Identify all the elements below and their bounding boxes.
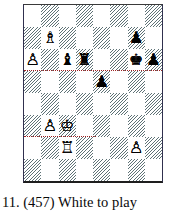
- square-d6: ♜: [76, 49, 93, 71]
- scan-artifact-red-line-rank3: [24, 136, 96, 137]
- square-e2: [93, 137, 110, 159]
- square-a6: ♙: [24, 49, 41, 71]
- square-a2: [24, 137, 41, 159]
- piece-white-bishop: ♗: [43, 30, 57, 46]
- square-e5: ♟: [93, 71, 110, 93]
- square-h1: [145, 159, 162, 181]
- square-h4: [145, 93, 162, 115]
- piece-black-rook: ♜: [77, 52, 91, 68]
- square-g4: [128, 93, 145, 115]
- square-f6: [110, 49, 127, 71]
- piece-white-king: ♔: [60, 118, 74, 134]
- square-e7: [93, 27, 110, 49]
- square-f1: [110, 159, 127, 181]
- square-e6: [93, 49, 110, 71]
- square-e8: [93, 5, 110, 27]
- square-a3: [24, 115, 41, 137]
- square-e3: [93, 115, 110, 137]
- square-d3: [76, 115, 93, 137]
- square-e1: [93, 159, 110, 181]
- square-h5: [145, 71, 162, 93]
- square-h6: ♟: [145, 49, 162, 71]
- piece-white-pawn: ♙: [129, 140, 143, 156]
- square-f4: [110, 93, 127, 115]
- square-d7: [76, 27, 93, 49]
- square-c4: [59, 93, 76, 115]
- square-a5: [24, 71, 41, 93]
- square-a1: [24, 159, 41, 181]
- square-a4: [24, 93, 41, 115]
- square-b8: [41, 5, 58, 27]
- piece-white-pawn: ♙: [43, 118, 57, 134]
- square-a8: [24, 5, 41, 27]
- square-c1: [59, 159, 76, 181]
- diagram-caption: 11. (457) White to play: [2, 194, 182, 211]
- square-h2: [145, 137, 162, 159]
- square-f7: [110, 27, 127, 49]
- square-g2: ♙: [128, 137, 145, 159]
- square-c7: [59, 27, 76, 49]
- square-b5: [41, 71, 58, 93]
- piece-white-rook: ♖: [60, 140, 74, 156]
- square-c3: ♔: [59, 115, 76, 137]
- square-f8: [110, 5, 127, 27]
- square-f3: [110, 115, 127, 137]
- square-c6: ♝: [59, 49, 76, 71]
- square-b1: [41, 159, 58, 181]
- chess-diagram-page: ♗♟♙♝♜♚♟♟♙♔♖♙ 11. (457) White to play: [0, 0, 183, 223]
- square-d2: [76, 137, 93, 159]
- scan-artifact-red-line-rank6: [24, 70, 162, 71]
- square-g7: ♟: [128, 27, 145, 49]
- chess-board: ♗♟♙♝♜♚♟♟♙♔♖♙: [24, 5, 162, 181]
- square-b6: [41, 49, 58, 71]
- square-g5: [128, 71, 145, 93]
- piece-black-bishop: ♝: [60, 52, 74, 68]
- square-g1: [128, 159, 145, 181]
- square-g3: [128, 115, 145, 137]
- square-f5: [110, 71, 127, 93]
- square-g6: ♚: [128, 49, 145, 71]
- square-d5: [76, 71, 93, 93]
- square-g8: [128, 5, 145, 27]
- square-e4: [93, 93, 110, 115]
- piece-white-pawn: ♙: [25, 52, 39, 68]
- chess-board-frame: ♗♟♙♝♜♚♟♟♙♔♖♙: [23, 4, 163, 183]
- piece-black-pawn: ♟: [94, 74, 108, 90]
- square-b3: ♙: [41, 115, 58, 137]
- square-d4: [76, 93, 93, 115]
- square-c2: ♖: [59, 137, 76, 159]
- square-h7: [145, 27, 162, 49]
- piece-black-king: ♚: [129, 52, 143, 68]
- square-d1: [76, 159, 93, 181]
- square-c8: [59, 5, 76, 27]
- square-a7: [24, 27, 41, 49]
- square-b4: [41, 93, 58, 115]
- piece-black-pawn: ♟: [146, 52, 160, 68]
- square-h8: [145, 5, 162, 27]
- square-b7: ♗: [41, 27, 58, 49]
- square-d8: [76, 5, 93, 27]
- square-f2: [110, 137, 127, 159]
- square-h3: [145, 115, 162, 137]
- square-b2: [41, 137, 58, 159]
- piece-black-pawn: ♟: [129, 30, 143, 46]
- square-c5: [59, 71, 76, 93]
